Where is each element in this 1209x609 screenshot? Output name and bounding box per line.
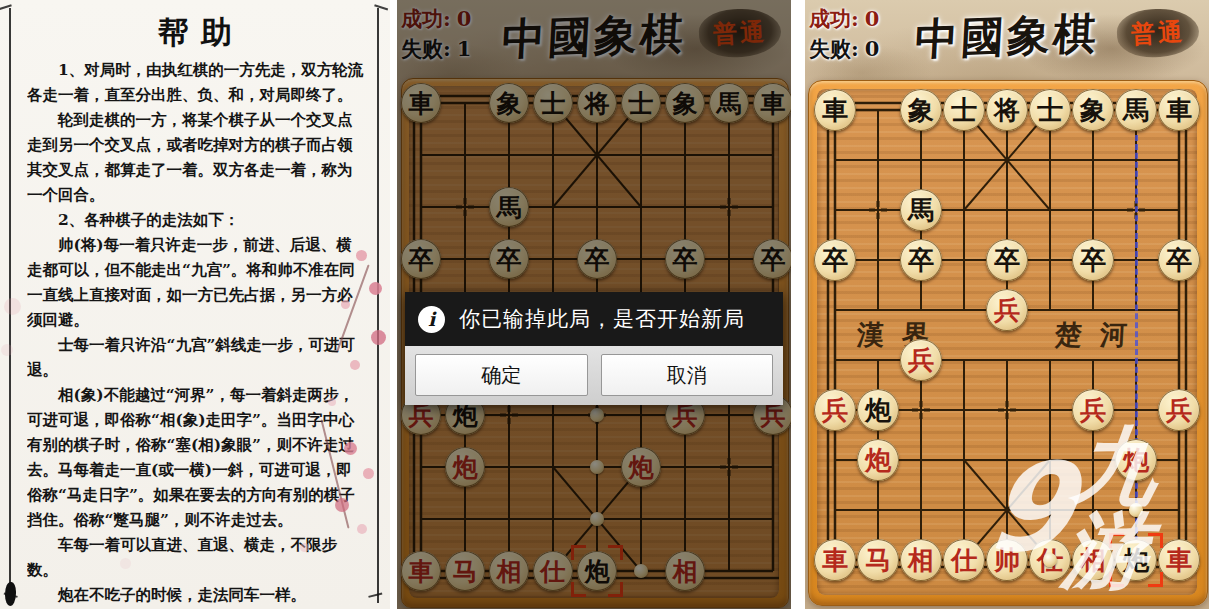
help-paragraph: 轮到走棋的一方，将某个棋子从一个交叉点走到另一个交叉点，或者吃掉对方的棋子而占领…: [27, 107, 365, 207]
piece-black-卒[interactable]: 卒: [1072, 239, 1114, 281]
piece-red-兵[interactable]: 兵: [900, 339, 942, 381]
help-title: 帮助: [0, 12, 390, 54]
piece-red-兵[interactable]: 兵: [986, 289, 1028, 331]
piece-red-炮[interactable]: 炮: [857, 439, 899, 481]
piece-red-帅[interactable]: 帅: [986, 539, 1028, 581]
piece-black-卒[interactable]: 卒: [1158, 239, 1200, 281]
game-panel-lost: 成功:0 失败:1 中國象棋 普通 車象士将士象馬車馬卒卒卒卒卒兵炮兵兵炮炮車马…: [397, 0, 791, 609]
last-move-path: [1135, 135, 1138, 560]
piece-black-炮[interactable]: 炮: [857, 389, 899, 431]
move-hint-dot[interactable]: [1129, 503, 1143, 517]
piece-red-兵[interactable]: 兵: [1072, 389, 1114, 431]
piece-black-将[interactable]: 将: [986, 89, 1028, 131]
help-panel: 帮助 1、对局时，由执红棋的一方先走，双方轮流各走一着，直至分出胜、负、和，对局…: [0, 0, 390, 609]
piece-red-仕[interactable]: 仕: [943, 539, 985, 581]
piece-red-兵[interactable]: 兵: [1158, 389, 1200, 431]
cancel-button[interactable]: 取消: [601, 354, 774, 396]
piece-black-馬[interactable]: 馬: [1115, 89, 1157, 131]
success-score: 成功:0: [809, 4, 879, 34]
frame-corner-decoration: [368, 593, 385, 609]
game-over-dialog: i 你已输掉此局，是否开始新局 确定 取消: [405, 292, 783, 405]
app-title: 中國象棋: [914, 5, 1101, 70]
piece-black-士[interactable]: 士: [943, 89, 985, 131]
help-paragraph: 士每一着只许沿“九宫”斜线走一步，可进可退。: [27, 332, 365, 382]
piece-red-相[interactable]: 相: [1072, 539, 1114, 581]
help-text: 1、对局时，由执红棋的一方先走，双方轮流各走一着，直至分出胜、负、和，对局即终了…: [27, 57, 365, 609]
dialog-message: 你已输掉此局，是否开始新局: [459, 305, 745, 333]
piece-red-車[interactable]: 車: [1158, 539, 1200, 581]
piece-black-卒[interactable]: 卒: [986, 239, 1028, 281]
piece-black-卒[interactable]: 卒: [900, 239, 942, 281]
piece-red-马[interactable]: 马: [857, 539, 899, 581]
game-panel-active: 成功:0 失败:0 中國象棋 普通 漢界 楚河 車象士将士象馬車馬卒卒卒卒卒兵兵…: [805, 0, 1209, 609]
fail-value: 0: [865, 36, 880, 61]
piece-black-士[interactable]: 士: [1029, 89, 1071, 131]
fail-score: 失败:0: [809, 34, 879, 64]
piece-red-車[interactable]: 車: [814, 539, 856, 581]
success-value: 0: [865, 6, 880, 31]
help-paragraph: 炮在不吃子的时候，走法同车一样。: [27, 582, 365, 607]
xiangqi-board-right[interactable]: 漢界 楚河 車象士将士象馬車馬卒卒卒卒卒兵兵兵炮兵兵炮炮車马相仕帅仕相炮車: [817, 89, 1197, 595]
piece-red-炮[interactable]: 炮: [1115, 439, 1157, 481]
piece-black-象[interactable]: 象: [1072, 89, 1114, 131]
screen: 帮助 1、对局时，由执红棋的一方先走，双方轮流各走一着，直至分出胜、负、和，对局…: [0, 0, 1209, 609]
piece-black-卒[interactable]: 卒: [814, 239, 856, 281]
help-paragraph: 车每一着可以直进、直退、横走，不限步数。: [27, 532, 365, 582]
piece-black-車[interactable]: 車: [1158, 89, 1200, 131]
confirm-button[interactable]: 确定: [415, 354, 588, 396]
info-icon: i: [418, 306, 445, 333]
fail-label: 失败:: [809, 36, 859, 61]
piece-black-馬[interactable]: 馬: [900, 189, 942, 231]
piece-black-象[interactable]: 象: [900, 89, 942, 131]
help-paragraph: 1、对局时，由执红棋的一方先走，双方轮流各走一着，直至分出胜、负、和，对局即终了…: [27, 57, 365, 107]
piece-red-兵[interactable]: 兵: [814, 389, 856, 431]
move-hint-dot[interactable]: [1043, 553, 1057, 567]
dialog-message-bar: i 你已输掉此局，是否开始新局: [405, 292, 783, 346]
success-label: 成功:: [809, 6, 859, 31]
help-paragraph: 相(象)不能越过“河界”，每一着斜走两步，可进可退，即俗称“相(象)走田字”。当…: [27, 382, 365, 532]
selected-piece-marker: [1109, 533, 1163, 587]
score-area: 成功:0 失败:0: [809, 4, 879, 64]
dialog-buttons: 确定 取消: [405, 346, 783, 405]
help-paragraph: 帅(将)每一着只许走一步，前进、后退、横走都可以，但不能走出“九宫”。将和帅不准…: [27, 232, 365, 332]
piece-black-車[interactable]: 車: [814, 89, 856, 131]
help-paragraph: 2、各种棋子的走法如下：: [27, 207, 365, 232]
river-text-right: 楚河: [1054, 317, 1146, 353]
frame-border-right: [377, 8, 379, 603]
piece-red-相[interactable]: 相: [900, 539, 942, 581]
difficulty-badge[interactable]: 普通: [1116, 7, 1200, 59]
